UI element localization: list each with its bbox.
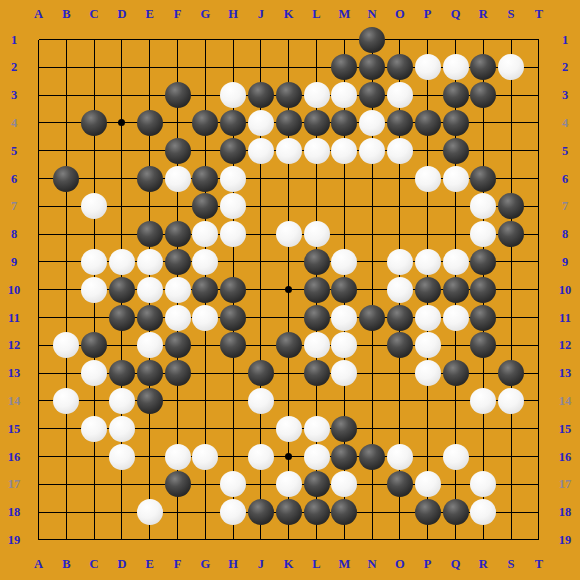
stone-black-P4 <box>415 110 441 136</box>
stone-black-R12 <box>470 332 496 358</box>
stone-black-D11 <box>109 305 135 331</box>
stone-black-L17 <box>304 471 330 497</box>
stone-black-K18 <box>276 499 302 525</box>
stone-black-C12 <box>81 332 107 358</box>
col-label-bottom-F: F <box>174 558 182 571</box>
row-label-left-18: 18 <box>8 506 21 519</box>
stone-white-F6 <box>165 166 191 192</box>
row-label-right-6: 6 <box>562 172 568 185</box>
col-label-top-B: B <box>62 8 70 21</box>
stone-black-H11 <box>220 305 246 331</box>
stone-black-F17 <box>165 471 191 497</box>
stone-white-K15 <box>276 416 302 442</box>
col-label-bottom-O: O <box>395 558 405 571</box>
grid-line-vertical <box>511 40 512 540</box>
row-label-left-12: 12 <box>8 339 21 352</box>
stone-white-P6 <box>415 166 441 192</box>
stone-white-R14 <box>470 388 496 414</box>
stone-black-J3 <box>248 82 274 108</box>
stone-white-H18 <box>220 499 246 525</box>
stone-white-L3 <box>304 82 330 108</box>
col-label-bottom-J: J <box>258 558 264 571</box>
col-label-bottom-M: M <box>338 558 350 571</box>
stone-white-L5 <box>304 138 330 164</box>
stone-black-D13 <box>109 360 135 386</box>
stone-white-M9 <box>331 249 357 275</box>
stone-white-M5 <box>331 138 357 164</box>
stone-white-K5 <box>276 138 302 164</box>
col-label-top-A: A <box>34 8 43 21</box>
stone-black-K4 <box>276 110 302 136</box>
col-label-top-D: D <box>117 8 126 21</box>
row-label-right-7: 7 <box>562 200 568 213</box>
row-label-left-10: 10 <box>8 283 21 296</box>
col-label-bottom-L: L <box>312 558 320 571</box>
row-label-right-10: 10 <box>559 283 572 296</box>
stone-black-K12 <box>276 332 302 358</box>
stone-black-O11 <box>387 305 413 331</box>
row-label-left-3: 3 <box>11 89 17 102</box>
col-label-bottom-G: G <box>200 558 210 571</box>
stone-black-N2 <box>359 54 385 80</box>
row-label-left-1: 1 <box>11 33 17 46</box>
stone-black-L13 <box>304 360 330 386</box>
col-label-bottom-T: T <box>535 558 543 571</box>
stone-white-H6 <box>220 166 246 192</box>
stone-white-G16 <box>192 444 218 470</box>
stone-black-N11 <box>359 305 385 331</box>
row-label-right-8: 8 <box>562 228 568 241</box>
stone-white-E9 <box>137 249 163 275</box>
stone-black-L18 <box>304 499 330 525</box>
row-label-right-16: 16 <box>559 450 572 463</box>
stone-white-O9 <box>387 249 413 275</box>
stone-white-E12 <box>137 332 163 358</box>
stone-white-L15 <box>304 416 330 442</box>
stone-white-O3 <box>387 82 413 108</box>
stone-black-O4 <box>387 110 413 136</box>
row-label-left-11: 11 <box>8 311 20 324</box>
stone-black-R2 <box>470 54 496 80</box>
row-label-left-9: 9 <box>11 256 17 269</box>
stone-black-F12 <box>165 332 191 358</box>
stone-black-F13 <box>165 360 191 386</box>
stone-black-K3 <box>276 82 302 108</box>
stone-black-G10 <box>192 277 218 303</box>
stone-black-H4 <box>220 110 246 136</box>
row-label-left-2: 2 <box>11 61 17 74</box>
stone-white-P2 <box>415 54 441 80</box>
row-label-right-15: 15 <box>559 422 572 435</box>
stone-white-Q9 <box>443 249 469 275</box>
col-label-top-H: H <box>228 8 238 21</box>
stone-white-K8 <box>276 221 302 247</box>
col-label-bottom-K: K <box>284 558 294 571</box>
hoshi-point-K16 <box>285 453 292 460</box>
stone-white-N5 <box>359 138 385 164</box>
col-label-bottom-S: S <box>508 558 515 571</box>
stone-black-Q13 <box>443 360 469 386</box>
stone-white-S2 <box>498 54 524 80</box>
stone-black-R9 <box>470 249 496 275</box>
stone-black-F8 <box>165 221 191 247</box>
row-label-right-4: 4 <box>562 117 568 130</box>
stone-white-P13 <box>415 360 441 386</box>
stone-black-G6 <box>192 166 218 192</box>
stone-white-C7 <box>81 193 107 219</box>
hoshi-point-K10 <box>285 286 292 293</box>
grid-line-horizontal <box>39 539 539 540</box>
stone-black-Q10 <box>443 277 469 303</box>
stone-white-M12 <box>331 332 357 358</box>
stone-white-O10 <box>387 277 413 303</box>
stone-white-Q6 <box>443 166 469 192</box>
stone-black-E6 <box>137 166 163 192</box>
stone-white-F10 <box>165 277 191 303</box>
col-label-top-C: C <box>90 8 99 21</box>
col-label-top-M: M <box>338 8 350 21</box>
stone-white-H7 <box>220 193 246 219</box>
stone-white-L16 <box>304 444 330 470</box>
stone-black-L11 <box>304 305 330 331</box>
stone-white-C10 <box>81 277 107 303</box>
col-label-top-R: R <box>479 8 488 21</box>
stone-white-S14 <box>498 388 524 414</box>
stone-white-Q11 <box>443 305 469 331</box>
stone-white-J4 <box>248 110 274 136</box>
col-label-bottom-A: A <box>34 558 43 571</box>
row-label-right-12: 12 <box>559 339 572 352</box>
stone-white-J16 <box>248 444 274 470</box>
stone-white-P17 <box>415 471 441 497</box>
stone-black-Q5 <box>443 138 469 164</box>
stone-white-M13 <box>331 360 357 386</box>
stone-white-C9 <box>81 249 107 275</box>
row-label-left-14: 14 <box>8 395 21 408</box>
stone-white-P11 <box>415 305 441 331</box>
stone-black-N1 <box>359 27 385 53</box>
stone-black-R6 <box>470 166 496 192</box>
stone-white-O5 <box>387 138 413 164</box>
stone-black-S13 <box>498 360 524 386</box>
stone-white-B14 <box>53 388 79 414</box>
stone-white-P12 <box>415 332 441 358</box>
stone-black-M4 <box>331 110 357 136</box>
row-label-right-1: 1 <box>562 33 568 46</box>
stone-black-F5 <box>165 138 191 164</box>
col-label-bottom-Q: Q <box>451 558 461 571</box>
row-label-right-17: 17 <box>559 478 572 491</box>
stone-black-R11 <box>470 305 496 331</box>
row-label-left-4: 4 <box>11 117 17 130</box>
row-label-right-3: 3 <box>562 89 568 102</box>
col-label-top-E: E <box>146 8 154 21</box>
stone-black-J18 <box>248 499 274 525</box>
col-label-bottom-H: H <box>228 558 238 571</box>
col-label-top-P: P <box>424 8 432 21</box>
stone-black-G4 <box>192 110 218 136</box>
stone-white-Q16 <box>443 444 469 470</box>
row-label-right-5: 5 <box>562 144 568 157</box>
stone-black-H10 <box>220 277 246 303</box>
go-board[interactable]: go AABBCCDDEEFFGGHHJJKKLLMMNNOOPPQQRRSST… <box>0 0 580 580</box>
stone-black-L9 <box>304 249 330 275</box>
col-label-bottom-B: B <box>62 558 70 571</box>
stone-black-B6 <box>53 166 79 192</box>
row-label-right-13: 13 <box>559 367 572 380</box>
col-label-bottom-E: E <box>146 558 154 571</box>
grid-line-vertical <box>538 40 539 540</box>
row-label-left-13: 13 <box>8 367 21 380</box>
stone-white-M3 <box>331 82 357 108</box>
stone-black-P10 <box>415 277 441 303</box>
stone-black-G7 <box>192 193 218 219</box>
col-label-top-T: T <box>535 8 543 21</box>
col-label-top-J: J <box>258 8 264 21</box>
stone-white-G9 <box>192 249 218 275</box>
col-label-bottom-N: N <box>368 558 377 571</box>
stone-white-D15 <box>109 416 135 442</box>
stone-white-Q2 <box>443 54 469 80</box>
stone-black-E4 <box>137 110 163 136</box>
stone-black-M18 <box>331 499 357 525</box>
stone-white-K17 <box>276 471 302 497</box>
stone-black-R3 <box>470 82 496 108</box>
col-label-top-N: N <box>368 8 377 21</box>
stone-black-H5 <box>220 138 246 164</box>
stone-white-H3 <box>220 82 246 108</box>
stone-black-O17 <box>387 471 413 497</box>
row-label-left-8: 8 <box>11 228 17 241</box>
hoshi-point-D4 <box>118 119 125 126</box>
stone-white-R17 <box>470 471 496 497</box>
stone-black-H12 <box>220 332 246 358</box>
col-label-bottom-D: D <box>117 558 126 571</box>
stone-black-J13 <box>248 360 274 386</box>
stone-black-Q3 <box>443 82 469 108</box>
stone-white-P9 <box>415 249 441 275</box>
row-label-left-19: 19 <box>8 534 21 547</box>
stone-black-F3 <box>165 82 191 108</box>
col-label-top-O: O <box>395 8 405 21</box>
row-label-left-17: 17 <box>8 478 21 491</box>
stone-white-G11 <box>192 305 218 331</box>
stone-white-E10 <box>137 277 163 303</box>
stone-white-O16 <box>387 444 413 470</box>
stone-white-F16 <box>165 444 191 470</box>
stone-white-M11 <box>331 305 357 331</box>
stone-black-D10 <box>109 277 135 303</box>
stone-white-R18 <box>470 499 496 525</box>
stone-white-H17 <box>220 471 246 497</box>
stone-white-E18 <box>137 499 163 525</box>
stone-white-N4 <box>359 110 385 136</box>
stone-black-O12 <box>387 332 413 358</box>
col-label-top-S: S <box>508 8 515 21</box>
stone-white-L8 <box>304 221 330 247</box>
row-label-right-11: 11 <box>559 311 571 324</box>
col-label-bottom-R: R <box>479 558 488 571</box>
stone-black-S7 <box>498 193 524 219</box>
row-label-left-15: 15 <box>8 422 21 435</box>
stone-black-N16 <box>359 444 385 470</box>
row-label-left-6: 6 <box>11 172 17 185</box>
stone-white-H8 <box>220 221 246 247</box>
stone-white-M17 <box>331 471 357 497</box>
stone-black-M2 <box>331 54 357 80</box>
stone-white-B12 <box>53 332 79 358</box>
stone-black-E14 <box>137 388 163 414</box>
stone-white-R7 <box>470 193 496 219</box>
stone-white-R8 <box>470 221 496 247</box>
stone-black-M10 <box>331 277 357 303</box>
stone-white-J5 <box>248 138 274 164</box>
col-label-top-F: F <box>174 8 182 21</box>
stone-black-E11 <box>137 305 163 331</box>
stone-black-M15 <box>331 416 357 442</box>
stone-white-D16 <box>109 444 135 470</box>
stone-black-L10 <box>304 277 330 303</box>
stone-black-Q4 <box>443 110 469 136</box>
col-label-top-Q: Q <box>451 8 461 21</box>
stone-black-N3 <box>359 82 385 108</box>
stone-black-E13 <box>137 360 163 386</box>
col-label-top-K: K <box>284 8 294 21</box>
stone-black-L4 <box>304 110 330 136</box>
row-label-right-19: 19 <box>559 534 572 547</box>
stone-black-E8 <box>137 221 163 247</box>
stone-black-P18 <box>415 499 441 525</box>
stone-black-Q18 <box>443 499 469 525</box>
col-label-bottom-C: C <box>90 558 99 571</box>
col-label-top-L: L <box>312 8 320 21</box>
stone-white-F11 <box>165 305 191 331</box>
col-label-top-G: G <box>200 8 210 21</box>
stone-black-C4 <box>81 110 107 136</box>
stone-black-F9 <box>165 249 191 275</box>
stone-black-S8 <box>498 221 524 247</box>
row-label-right-2: 2 <box>562 61 568 74</box>
stone-white-L12 <box>304 332 330 358</box>
stone-white-G8 <box>192 221 218 247</box>
row-label-right-14: 14 <box>559 395 572 408</box>
row-label-left-5: 5 <box>11 144 17 157</box>
stone-white-J14 <box>248 388 274 414</box>
stone-white-D14 <box>109 388 135 414</box>
stone-black-R10 <box>470 277 496 303</box>
col-label-bottom-P: P <box>424 558 432 571</box>
stone-white-C13 <box>81 360 107 386</box>
stone-black-O2 <box>387 54 413 80</box>
row-label-left-7: 7 <box>11 200 17 213</box>
row-label-left-16: 16 <box>8 450 21 463</box>
stone-white-D9 <box>109 249 135 275</box>
row-label-right-18: 18 <box>559 506 572 519</box>
stone-white-C15 <box>81 416 107 442</box>
stone-black-M16 <box>331 444 357 470</box>
row-label-right-9: 9 <box>562 256 568 269</box>
